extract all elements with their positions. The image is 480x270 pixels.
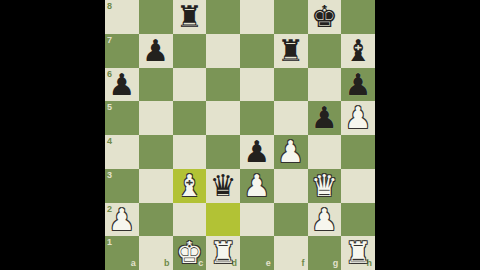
piece-white-pawn[interactable]: ♟ [240,169,274,203]
piece-black-king[interactable]: ♚ [308,0,342,34]
piece-black-bishop[interactable]: ♝ [341,34,375,68]
square-g3[interactable]: ♛ [308,169,342,203]
square-b3[interactable] [139,169,173,203]
square-d4[interactable] [206,135,240,169]
rank-label-7: 7 [107,36,112,45]
square-a2[interactable]: 2♟ [105,203,139,237]
piece-white-pawn[interactable]: ♟ [341,101,375,135]
square-e2[interactable] [240,203,274,237]
piece-white-pawn[interactable]: ♟ [274,135,308,169]
square-h2[interactable] [341,203,375,237]
square-g4[interactable] [308,135,342,169]
letterbox-right [375,0,480,270]
square-g8[interactable]: ♚ [308,0,342,34]
piece-white-pawn[interactable]: ♟ [308,203,342,237]
square-a7[interactable]: 7 [105,34,139,68]
square-f3[interactable] [274,169,308,203]
rank-label-3: 3 [107,171,112,180]
square-f5[interactable] [274,101,308,135]
piece-white-rook[interactable]: ♜ [206,236,240,270]
square-h5[interactable]: ♟ [341,101,375,135]
square-h1[interactable]: h♜ [341,236,375,270]
square-h8[interactable] [341,0,375,34]
piece-white-bishop[interactable]: ♝ [173,169,207,203]
square-c3[interactable]: ♝ [173,169,207,203]
square-f8[interactable] [274,0,308,34]
square-a1[interactable]: 1a [105,236,139,270]
square-e4[interactable]: ♟ [240,135,274,169]
square-h4[interactable] [341,135,375,169]
rank-label-5: 5 [107,103,112,112]
file-label-e: e [266,259,271,268]
square-b8[interactable] [139,0,173,34]
square-c8[interactable]: ♜ [173,0,207,34]
square-c6[interactable] [173,68,207,102]
square-e7[interactable] [240,34,274,68]
square-a3[interactable]: 3 [105,169,139,203]
square-g6[interactable] [308,68,342,102]
square-e8[interactable] [240,0,274,34]
piece-white-pawn[interactable]: ♟ [105,203,139,237]
piece-black-pawn[interactable]: ♟ [308,101,342,135]
letterbox-left [0,0,105,270]
square-c4[interactable] [173,135,207,169]
square-g5[interactable]: ♟ [308,101,342,135]
square-b6[interactable] [139,68,173,102]
square-d8[interactable] [206,0,240,34]
piece-white-king[interactable]: ♚ [173,236,207,270]
square-f1[interactable]: f [274,236,308,270]
square-c7[interactable] [173,34,207,68]
piece-black-pawn[interactable]: ♟ [139,34,173,68]
square-f6[interactable] [274,68,308,102]
square-d1[interactable]: d♜ [206,236,240,270]
square-b5[interactable] [139,101,173,135]
square-g1[interactable]: g [308,236,342,270]
square-h6[interactable]: ♟ [341,68,375,102]
piece-black-rook[interactable]: ♜ [173,0,207,34]
square-f2[interactable] [274,203,308,237]
square-b4[interactable] [139,135,173,169]
square-h3[interactable] [341,169,375,203]
piece-black-rook[interactable]: ♜ [274,34,308,68]
square-c5[interactable] [173,101,207,135]
file-label-g: g [333,259,339,268]
square-d2[interactable] [206,203,240,237]
piece-white-rook[interactable]: ♜ [341,236,375,270]
square-e6[interactable] [240,68,274,102]
piece-black-queen[interactable]: ♛ [206,169,240,203]
square-f4[interactable]: ♟ [274,135,308,169]
square-a4[interactable]: 4 [105,135,139,169]
square-a8[interactable]: 8 [105,0,139,34]
square-f7[interactable]: ♜ [274,34,308,68]
square-c1[interactable]: c♚ [173,236,207,270]
square-d3[interactable]: ♛ [206,169,240,203]
chess-board: 8♜♚7♟♜♝6♟♟5♟♟4♟♟3♝♛♟♛2♟♟1abc♚d♜efgh♜ [105,0,375,270]
square-e3[interactable]: ♟ [240,169,274,203]
square-b1[interactable]: b [139,236,173,270]
rank-label-8: 8 [107,2,112,11]
square-c2[interactable] [173,203,207,237]
piece-black-pawn[interactable]: ♟ [240,135,274,169]
square-d7[interactable] [206,34,240,68]
piece-black-pawn[interactable]: ♟ [105,68,139,102]
square-d6[interactable] [206,68,240,102]
square-a5[interactable]: 5 [105,101,139,135]
square-e1[interactable]: e [240,236,274,270]
square-h7[interactable]: ♝ [341,34,375,68]
square-a6[interactable]: 6♟ [105,68,139,102]
rank-label-4: 4 [107,137,112,146]
piece-white-queen[interactable]: ♛ [308,169,342,203]
square-b7[interactable]: ♟ [139,34,173,68]
file-label-a: a [131,259,136,268]
file-label-b: b [164,259,170,268]
file-label-f: f [302,259,305,268]
square-b2[interactable] [139,203,173,237]
piece-black-pawn[interactable]: ♟ [341,68,375,102]
square-d5[interactable] [206,101,240,135]
square-e5[interactable] [240,101,274,135]
video-frame: 8♜♚7♟♜♝6♟♟5♟♟4♟♟3♝♛♟♛2♟♟1abc♚d♜efgh♜ [0,0,480,270]
rank-label-1: 1 [107,238,112,247]
square-g2[interactable]: ♟ [308,203,342,237]
square-g7[interactable] [308,34,342,68]
